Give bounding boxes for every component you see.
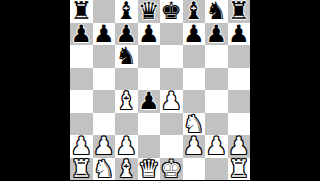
white-pawn: ♟ [183,134,205,158]
black-queen: ♛ [138,0,160,23]
square-b4[interactable] [93,90,116,113]
white-rook: ♜ [228,157,250,180]
white-king: ♚ [160,157,182,180]
black-pawn: ♟ [228,22,250,46]
square-h6[interactable] [228,45,251,68]
right-letterbox [250,0,320,180]
square-e7[interactable] [160,23,183,46]
square-c8[interactable]: ♝ [115,0,138,23]
square-c2[interactable]: ♟ [115,135,138,158]
white-bishop: ♝ [115,89,137,113]
square-d3[interactable] [138,113,161,136]
black-pawn: ♟ [183,22,205,46]
square-e1[interactable]: ♚ [160,158,183,181]
square-c1[interactable]: ♝ [115,158,138,181]
square-c4[interactable]: ♝ [115,90,138,113]
square-d8[interactable]: ♛ [138,0,161,23]
black-rook: ♜ [228,0,250,23]
left-letterbox [0,0,70,180]
square-e5[interactable] [160,68,183,91]
white-pawn: ♟ [160,89,182,113]
square-d1[interactable]: ♛ [138,158,161,181]
square-g6[interactable] [205,45,228,68]
square-g2[interactable]: ♟ [205,135,228,158]
square-e8[interactable]: ♚ [160,0,183,23]
square-e3[interactable] [160,113,183,136]
square-c5[interactable] [115,68,138,91]
black-pawn: ♟ [93,22,115,46]
square-d6[interactable] [138,45,161,68]
square-d4[interactable]: ♟ [138,90,161,113]
white-rook: ♜ [70,157,92,180]
square-h3[interactable] [228,113,251,136]
square-b7[interactable]: ♟ [93,23,116,46]
chess-board: ♜♝♛♚♝♞♜♟♟♟♟♟♟♟♞♝♟♟♞♟♟♟♟♟♟♜♞♝♛♚♜ [70,0,250,180]
square-a5[interactable] [70,68,93,91]
square-e4[interactable]: ♟ [160,90,183,113]
chess-diagram: ♜♝♛♚♝♞♜♟♟♟♟♟♟♟♞♝♟♟♞♟♟♟♟♟♟♜♞♝♛♚♜ [0,0,320,180]
square-b8[interactable] [93,0,116,23]
white-queen: ♛ [138,157,160,180]
square-g8[interactable]: ♞ [205,0,228,23]
square-b2[interactable]: ♟ [93,135,116,158]
square-f5[interactable] [183,68,206,91]
black-pawn: ♟ [70,22,92,46]
square-h8[interactable]: ♜ [228,0,251,23]
square-g4[interactable] [205,90,228,113]
black-pawn: ♟ [138,89,160,113]
square-h2[interactable]: ♟ [228,135,251,158]
square-b5[interactable] [93,68,116,91]
square-b3[interactable] [93,113,116,136]
square-f1[interactable] [183,158,206,181]
white-bishop: ♝ [115,157,137,180]
square-h5[interactable] [228,68,251,91]
black-king: ♚ [160,0,182,23]
white-knight: ♞ [93,157,115,180]
white-pawn: ♟ [70,134,92,158]
white-pawn: ♟ [93,134,115,158]
square-a4[interactable] [70,90,93,113]
square-d7[interactable]: ♟ [138,23,161,46]
square-a6[interactable] [70,45,93,68]
square-f3[interactable]: ♞ [183,113,206,136]
square-a1[interactable]: ♜ [70,158,93,181]
square-b1[interactable]: ♞ [93,158,116,181]
square-d2[interactable] [138,135,161,158]
square-g1[interactable] [205,158,228,181]
square-a7[interactable]: ♟ [70,23,93,46]
square-f8[interactable]: ♝ [183,0,206,23]
white-pawn: ♟ [228,134,250,158]
white-knight: ♞ [183,112,205,136]
black-knight: ♞ [115,44,137,68]
square-h7[interactable]: ♟ [228,23,251,46]
square-g3[interactable] [205,113,228,136]
square-b6[interactable] [93,45,116,68]
white-pawn: ♟ [115,134,137,158]
black-pawn: ♟ [138,22,160,46]
square-e6[interactable] [160,45,183,68]
square-a8[interactable]: ♜ [70,0,93,23]
square-h1[interactable]: ♜ [228,158,251,181]
black-bishop: ♝ [183,0,205,23]
square-f6[interactable] [183,45,206,68]
square-g7[interactable]: ♟ [205,23,228,46]
square-f4[interactable] [183,90,206,113]
square-a3[interactable] [70,113,93,136]
square-f7[interactable]: ♟ [183,23,206,46]
square-h4[interactable] [228,90,251,113]
square-g5[interactable] [205,68,228,91]
white-pawn: ♟ [205,134,227,158]
square-e2[interactable] [160,135,183,158]
black-bishop: ♝ [115,0,137,23]
square-d5[interactable] [138,68,161,91]
black-pawn: ♟ [115,22,137,46]
square-c6[interactable]: ♞ [115,45,138,68]
black-rook: ♜ [70,0,92,23]
square-f2[interactable]: ♟ [183,135,206,158]
square-c7[interactable]: ♟ [115,23,138,46]
black-pawn: ♟ [205,22,227,46]
square-a2[interactable]: ♟ [70,135,93,158]
square-c3[interactable] [115,113,138,136]
black-knight: ♞ [205,0,227,23]
